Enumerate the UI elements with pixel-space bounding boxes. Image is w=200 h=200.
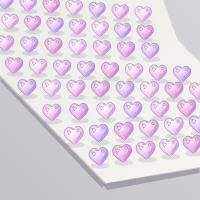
heart-gem [91, 81, 109, 98]
heart-gem [69, 19, 86, 35]
heart-gem [178, 100, 197, 118]
heart-gem [0, 35, 14, 52]
heart-gem [140, 82, 158, 99]
heart-gem [24, 15, 41, 31]
heart-gem [141, 43, 159, 60]
heart-gem [1, 14, 18, 30]
heart-gem [53, 60, 71, 77]
heart-gem [136, 24, 153, 40]
heart-gem [70, 103, 89, 121]
gems-layer [0, 0, 200, 200]
heart-gem [173, 66, 191, 83]
heart-gem [117, 41, 135, 58]
heart-gem [91, 21, 108, 37]
heart-gem [149, 65, 167, 82]
heart-gem [20, 37, 38, 54]
heart-gem [93, 40, 111, 57]
heart-gem [44, 38, 62, 55]
heart-gem [165, 82, 183, 99]
heart-gem [69, 39, 87, 56]
heart-gem [101, 62, 119, 79]
heart-gem [18, 79, 36, 96]
gem-grid [0, 0, 200, 169]
heart-gem [151, 101, 170, 119]
heart-gem [46, 17, 63, 33]
heart-gem [29, 59, 47, 76]
heart-gem [189, 83, 200, 100]
heart-gem [114, 23, 131, 39]
heart-gem [67, 80, 85, 97]
photo-scene [0, 0, 200, 200]
heart-gem [116, 81, 134, 98]
heart-gem [125, 63, 143, 80]
heart-gem [42, 80, 60, 97]
heart-gem [77, 61, 95, 78]
heart-gem [5, 57, 23, 74]
heart-gem [124, 102, 143, 120]
heart-gem [97, 102, 116, 120]
heart-gem [43, 104, 62, 122]
